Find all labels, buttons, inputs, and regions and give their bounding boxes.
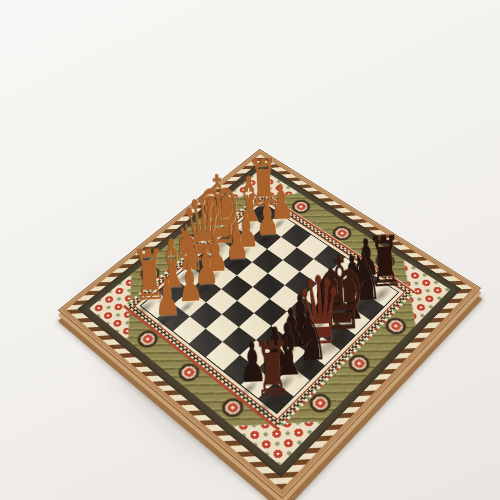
- square-e3: [237, 262, 268, 287]
- square-g2: [250, 226, 280, 249]
- square-h2: [265, 214, 295, 237]
- square-f1: [220, 227, 250, 250]
- pieces-layer: ♜♝♟♞♟♚♟♛♟♞♟♝♟♟♜♟♜♟♟♞♟♝♟♚♟♛♟♞♟♝♟♜: [58, 149, 482, 499]
- piece-glyph: ♟: [153, 270, 181, 323]
- piece-glyph: ♚: [194, 162, 244, 259]
- square-f3: [252, 249, 283, 273]
- square-g1: [235, 215, 265, 238]
- piece-glyph: ♟: [202, 228, 229, 280]
- chess-board: ♜♝♟♞♟♚♟♛♟♞♟♝♟♟♜♟♜♟♟♞♟♝♟♚♟♛♟♞♟♝♟♜: [58, 149, 482, 499]
- square-d3: [221, 275, 253, 300]
- piece-glyph: ♟: [233, 204, 259, 255]
- square-d2: [205, 264, 236, 289]
- square-h3: [281, 224, 311, 247]
- scene: ♜♝♟♞♟♚♟♛♟♞♟♝♟♟♜♟♜♟♟♞♟♝♟♚♟♛♟♞♟♝♟♜: [0, 0, 500, 500]
- camera-cant: ♜♝♟♞♟♚♟♛♟♞♟♝♟♟♜♟♜♟♟♞♟♝♟♚♟♛♟♞♟♝♟♜: [0, 0, 500, 500]
- piece-glyph: ♜: [252, 331, 292, 408]
- square-h1: [249, 203, 279, 225]
- piece-glyph: ♟: [223, 216, 250, 267]
- square-f2: [236, 238, 267, 262]
- piece-glyph: ♟: [254, 192, 280, 242]
- corner-medallion: [225, 169, 300, 224]
- square-e4: [253, 274, 285, 299]
- auction-photo: ♜♝♟♞♟♚♟♛♟♞♟♝♟♟♜♟♜♟♟♞♟♝♟♚♟♛♟♞♟♝♟♜: [0, 0, 500, 500]
- square-e1: [205, 240, 236, 264]
- square-g3: [266, 237, 297, 261]
- square-e2: [220, 251, 251, 275]
